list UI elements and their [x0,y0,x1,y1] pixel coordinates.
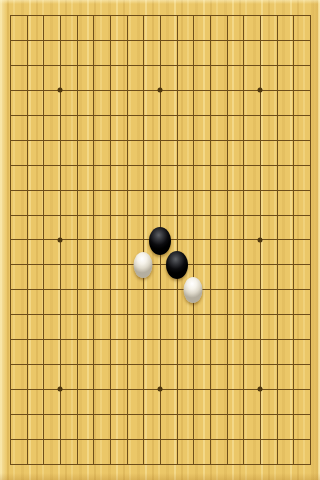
board-intersections [10,15,310,464]
hoshi-point [158,87,163,92]
hoshi-point [158,387,163,392]
black-stone[interactable] [149,227,171,255]
white-stone[interactable] [134,252,153,278]
hoshi-point [58,87,63,92]
white-stone[interactable] [184,277,203,303]
black-stone[interactable] [166,251,188,279]
go-board[interactable] [0,0,320,480]
go-app-screen [0,0,320,480]
hoshi-point [258,87,263,92]
hoshi-point [58,237,63,242]
hoshi-point [258,237,263,242]
hoshi-point [258,387,263,392]
hoshi-point [58,387,63,392]
